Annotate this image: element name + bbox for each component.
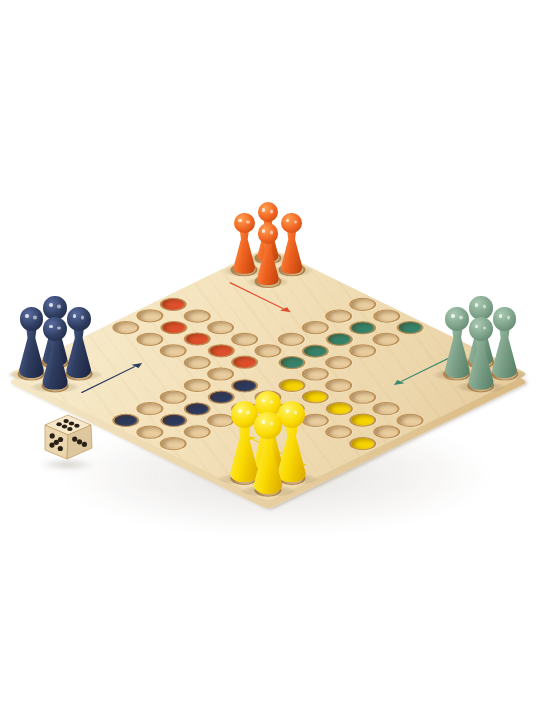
die-pip — [67, 427, 72, 431]
die-pip — [56, 422, 61, 426]
pawn-head — [254, 412, 281, 439]
pawn-orange-3[interactable] — [252, 223, 284, 285]
pawn-head — [258, 223, 279, 244]
die-pip — [69, 421, 74, 425]
orange-arrowhead-icon — [280, 307, 294, 314]
pawn-highlight-dots — [238, 409, 242, 413]
die-svg — [32, 404, 100, 472]
pawn-green-3[interactable] — [462, 317, 500, 389]
pawn-highlight-dots — [238, 219, 242, 223]
die-pip — [72, 437, 77, 442]
die-pip — [58, 446, 63, 451]
die-pip — [62, 424, 67, 428]
pawn-head — [281, 213, 301, 233]
die-pip — [50, 433, 55, 438]
pawn-head — [43, 317, 67, 341]
wooden-die[interactable] — [32, 404, 100, 472]
pawn-head — [469, 317, 493, 341]
die-pip — [49, 443, 54, 448]
hole-track-r6c8[interactable] — [344, 341, 382, 360]
die-pip — [74, 424, 79, 428]
pawn-blue-3[interactable] — [36, 317, 74, 389]
pawn-highlight-dots — [25, 314, 29, 318]
die-pip — [63, 419, 68, 423]
die-pip — [77, 439, 82, 444]
product-photo-stage — [0, 0, 540, 720]
die-pip — [82, 442, 87, 447]
die-pip — [54, 440, 59, 445]
pawn-highlight-dots — [49, 325, 53, 329]
pawn-yellow-3[interactable] — [247, 412, 290, 494]
pawn-highlight-dots — [451, 314, 455, 318]
